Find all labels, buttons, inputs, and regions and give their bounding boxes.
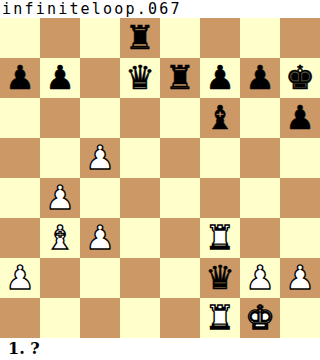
- piece-white-pawn[interactable]: ♟: [85, 141, 115, 174]
- piece-black-bishop[interactable]: ♝: [205, 101, 235, 134]
- piece-white-rook[interactable]: ♜: [205, 221, 235, 254]
- square-b1[interactable]: [40, 298, 80, 338]
- square-g4[interactable]: [240, 178, 280, 218]
- square-c4[interactable]: [80, 178, 120, 218]
- square-d7[interactable]: ♛: [120, 58, 160, 98]
- puzzle-page: infiniteloop.067 ♜♟♟♛♜♟♟♚♝♟♟♟♝♟♜♟♛♟♟♜♚ 1…: [0, 0, 320, 360]
- square-e8[interactable]: [160, 18, 200, 58]
- piece-white-pawn[interactable]: ♟: [285, 261, 315, 294]
- square-g8[interactable]: [240, 18, 280, 58]
- piece-white-pawn[interactable]: ♟: [245, 261, 275, 294]
- square-h1[interactable]: [280, 298, 320, 338]
- move-prompt: 1. ?: [0, 338, 320, 360]
- piece-white-bishop[interactable]: ♝: [45, 221, 75, 254]
- square-c8[interactable]: [80, 18, 120, 58]
- square-e6[interactable]: [160, 98, 200, 138]
- square-c3[interactable]: ♟: [80, 218, 120, 258]
- square-c6[interactable]: [80, 98, 120, 138]
- square-b8[interactable]: [40, 18, 80, 58]
- piece-black-king[interactable]: ♚: [285, 61, 315, 94]
- square-f6[interactable]: ♝: [200, 98, 240, 138]
- square-e3[interactable]: [160, 218, 200, 258]
- square-a8[interactable]: [0, 18, 40, 58]
- square-a4[interactable]: [0, 178, 40, 218]
- square-a5[interactable]: [0, 138, 40, 178]
- square-h5[interactable]: [280, 138, 320, 178]
- piece-black-pawn[interactable]: ♟: [45, 61, 75, 94]
- square-f8[interactable]: [200, 18, 240, 58]
- square-d5[interactable]: [120, 138, 160, 178]
- square-a1[interactable]: [0, 298, 40, 338]
- square-e5[interactable]: [160, 138, 200, 178]
- square-c1[interactable]: [80, 298, 120, 338]
- square-d4[interactable]: [120, 178, 160, 218]
- square-h3[interactable]: [280, 218, 320, 258]
- square-a3[interactable]: [0, 218, 40, 258]
- piece-white-rook[interactable]: ♜: [205, 301, 235, 334]
- square-g3[interactable]: [240, 218, 280, 258]
- square-f2[interactable]: ♛: [200, 258, 240, 298]
- square-h7[interactable]: ♚: [280, 58, 320, 98]
- piece-black-pawn[interactable]: ♟: [5, 61, 35, 94]
- square-h8[interactable]: [280, 18, 320, 58]
- square-h2[interactable]: ♟: [280, 258, 320, 298]
- square-g5[interactable]: [240, 138, 280, 178]
- piece-black-queen[interactable]: ♛: [205, 261, 235, 294]
- piece-black-pawn[interactable]: ♟: [205, 61, 235, 94]
- square-f4[interactable]: [200, 178, 240, 218]
- square-d2[interactable]: [120, 258, 160, 298]
- square-b6[interactable]: [40, 98, 80, 138]
- square-e1[interactable]: [160, 298, 200, 338]
- square-d3[interactable]: [120, 218, 160, 258]
- square-f1[interactable]: ♜: [200, 298, 240, 338]
- square-f3[interactable]: ♜: [200, 218, 240, 258]
- square-h6[interactable]: ♟: [280, 98, 320, 138]
- puzzle-title: infiniteloop.067: [0, 0, 320, 18]
- piece-white-pawn[interactable]: ♟: [85, 221, 115, 254]
- piece-white-pawn[interactable]: ♟: [45, 181, 75, 214]
- square-b3[interactable]: ♝: [40, 218, 80, 258]
- square-g2[interactable]: ♟: [240, 258, 280, 298]
- piece-black-rook[interactable]: ♜: [165, 61, 195, 94]
- square-g1[interactable]: ♚: [240, 298, 280, 338]
- square-c2[interactable]: [80, 258, 120, 298]
- piece-black-rook[interactable]: ♜: [125, 21, 155, 54]
- piece-black-queen[interactable]: ♛: [125, 61, 155, 94]
- square-f7[interactable]: ♟: [200, 58, 240, 98]
- square-h4[interactable]: [280, 178, 320, 218]
- square-d6[interactable]: [120, 98, 160, 138]
- square-b7[interactable]: ♟: [40, 58, 80, 98]
- piece-white-pawn[interactable]: ♟: [5, 261, 35, 294]
- chess-board: ♜♟♟♛♜♟♟♚♝♟♟♟♝♟♜♟♛♟♟♜♚: [0, 18, 320, 338]
- piece-white-king[interactable]: ♚: [245, 301, 275, 334]
- square-e7[interactable]: ♜: [160, 58, 200, 98]
- square-b4[interactable]: ♟: [40, 178, 80, 218]
- square-e2[interactable]: [160, 258, 200, 298]
- piece-black-pawn[interactable]: ♟: [285, 101, 315, 134]
- square-c5[interactable]: ♟: [80, 138, 120, 178]
- square-d1[interactable]: [120, 298, 160, 338]
- square-a2[interactable]: ♟: [0, 258, 40, 298]
- square-d8[interactable]: ♜: [120, 18, 160, 58]
- square-b5[interactable]: [40, 138, 80, 178]
- square-e4[interactable]: [160, 178, 200, 218]
- square-f5[interactable]: [200, 138, 240, 178]
- square-c7[interactable]: [80, 58, 120, 98]
- square-b2[interactable]: [40, 258, 80, 298]
- square-a7[interactable]: ♟: [0, 58, 40, 98]
- square-g6[interactable]: [240, 98, 280, 138]
- square-g7[interactable]: ♟: [240, 58, 280, 98]
- square-a6[interactable]: [0, 98, 40, 138]
- piece-black-pawn[interactable]: ♟: [245, 61, 275, 94]
